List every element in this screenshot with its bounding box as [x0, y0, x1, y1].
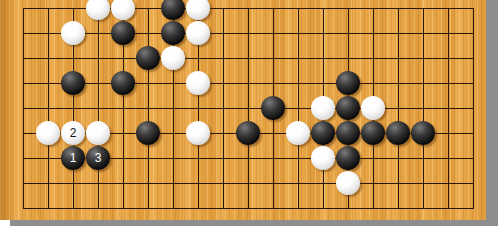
grid-line-horizontal — [23, 108, 474, 109]
grid-line-horizontal — [23, 58, 474, 59]
white-stone[interactable] — [86, 0, 110, 20]
white-stone[interactable] — [86, 121, 110, 145]
grid-line-horizontal — [23, 33, 474, 34]
black-stone[interactable] — [411, 121, 435, 145]
white-stone[interactable] — [186, 71, 210, 95]
black-stone[interactable] — [111, 21, 135, 45]
black-stone[interactable] — [336, 71, 360, 95]
move-number-label: 3 — [95, 152, 102, 164]
white-stone[interactable] — [36, 121, 60, 145]
black-stone[interactable] — [136, 46, 160, 70]
go-board[interactable]: 213 — [0, 0, 486, 220]
white-stone[interactable] — [361, 96, 385, 120]
white-stone-move-2[interactable]: 2 — [61, 121, 85, 145]
black-stone[interactable] — [311, 121, 335, 145]
white-stone[interactable] — [286, 121, 310, 145]
black-stone[interactable] — [136, 121, 160, 145]
white-stone[interactable] — [311, 96, 335, 120]
black-stone[interactable] — [361, 121, 385, 145]
go-diagram: 213 — [0, 0, 500, 235]
white-stone[interactable] — [186, 0, 210, 20]
black-stone[interactable] — [336, 121, 360, 145]
black-stone[interactable] — [236, 121, 260, 145]
grid-line-horizontal — [23, 208, 474, 209]
grid-line-horizontal — [23, 183, 474, 184]
white-stone[interactable] — [186, 121, 210, 145]
white-stone[interactable] — [311, 146, 335, 170]
black-stone[interactable] — [336, 146, 360, 170]
black-stone-move-1[interactable]: 1 — [61, 146, 85, 170]
white-stone[interactable] — [61, 21, 85, 45]
white-stone[interactable] — [186, 21, 210, 45]
white-stone[interactable] — [111, 0, 135, 20]
black-stone[interactable] — [386, 121, 410, 145]
move-number-label: 1 — [70, 152, 77, 164]
white-stone[interactable] — [336, 171, 360, 195]
black-stone[interactable] — [336, 96, 360, 120]
white-stone[interactable] — [161, 46, 185, 70]
move-number-label: 2 — [70, 127, 77, 139]
black-stone[interactable] — [161, 21, 185, 45]
black-stone[interactable] — [61, 71, 85, 95]
black-stone[interactable] — [261, 96, 285, 120]
black-stone[interactable] — [111, 71, 135, 95]
black-stone[interactable] — [161, 0, 185, 20]
grid-line-horizontal — [23, 83, 474, 84]
black-stone-move-3[interactable]: 3 — [86, 146, 110, 170]
